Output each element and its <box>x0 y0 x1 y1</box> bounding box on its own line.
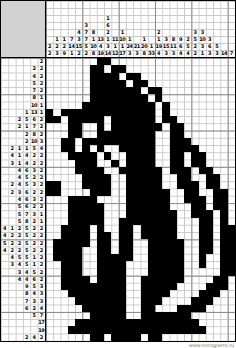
grid-cell[interactable] <box>75 102 82 109</box>
grid-cell[interactable] <box>111 73 118 80</box>
grid-cell[interactable] <box>228 218 235 225</box>
grid-cell[interactable] <box>162 239 169 246</box>
grid-cell[interactable] <box>220 305 227 312</box>
grid-cell[interactable] <box>46 225 53 232</box>
grid-cell[interactable] <box>170 94 177 101</box>
grid-cell[interactable] <box>170 160 177 167</box>
grid-cell[interactable] <box>206 123 213 130</box>
grid-cell[interactable] <box>199 334 206 341</box>
grid-cell[interactable] <box>162 268 169 275</box>
grid-cell[interactable] <box>155 58 162 65</box>
grid-cell[interactable] <box>119 312 126 319</box>
grid-cell[interactable] <box>220 73 227 80</box>
grid-cell[interactable] <box>228 247 235 254</box>
grid-cell[interactable] <box>133 131 140 138</box>
grid-cell[interactable] <box>191 189 198 196</box>
grid-cell[interactable] <box>141 123 148 130</box>
grid-cell[interactable] <box>46 131 53 138</box>
grid-cell[interactable] <box>53 167 60 174</box>
grid-cell[interactable] <box>75 116 82 123</box>
grid-cell[interactable] <box>90 116 97 123</box>
grid-cell[interactable] <box>53 189 60 196</box>
grid-cell[interactable] <box>111 319 118 326</box>
grid-cell[interactable] <box>104 312 111 319</box>
grid-cell[interactable] <box>90 80 97 87</box>
grid-cell[interactable] <box>82 145 89 152</box>
grid-cell[interactable] <box>82 196 89 203</box>
grid-cell[interactable] <box>119 80 126 87</box>
grid-cell[interactable] <box>68 167 75 174</box>
grid-cell[interactable] <box>68 247 75 254</box>
grid-cell[interactable] <box>75 297 82 304</box>
grid-cell[interactable] <box>206 167 213 174</box>
grid-cell[interactable] <box>90 334 97 341</box>
grid-cell[interactable] <box>191 254 198 261</box>
grid-cell[interactable] <box>148 268 155 275</box>
grid-cell[interactable] <box>177 312 184 319</box>
grid-cell[interactable] <box>104 305 111 312</box>
grid-cell[interactable] <box>111 239 118 246</box>
grid-cell[interactable] <box>119 290 126 297</box>
grid-cell[interactable] <box>90 225 97 232</box>
grid-cell[interactable] <box>206 196 213 203</box>
grid-cell[interactable] <box>199 261 206 268</box>
grid-cell[interactable] <box>119 102 126 109</box>
grid-cell[interactable] <box>61 131 68 138</box>
grid-cell[interactable] <box>82 312 89 319</box>
grid-cell[interactable] <box>133 73 140 80</box>
grid-cell[interactable] <box>228 276 235 283</box>
grid-cell[interactable] <box>46 319 53 326</box>
grid-cell[interactable] <box>148 276 155 283</box>
grid-cell[interactable] <box>155 319 162 326</box>
grid-cell[interactable] <box>61 109 68 116</box>
grid-cell[interactable] <box>111 334 118 341</box>
grid-cell[interactable] <box>228 290 235 297</box>
grid-cell[interactable] <box>162 261 169 268</box>
grid-cell[interactable] <box>177 94 184 101</box>
grid-cell[interactable] <box>220 196 227 203</box>
grid-cell[interactable] <box>82 218 89 225</box>
grid-cell[interactable] <box>177 73 184 80</box>
grid-cell[interactable] <box>170 167 177 174</box>
grid-cell[interactable] <box>177 174 184 181</box>
grid-cell[interactable] <box>162 210 169 217</box>
grid-cell[interactable] <box>75 334 82 341</box>
grid-cell[interactable] <box>141 203 148 210</box>
grid-cell[interactable] <box>111 65 118 72</box>
grid-cell[interactable] <box>184 225 191 232</box>
grid-cell[interactable] <box>104 268 111 275</box>
grid-cell[interactable] <box>155 109 162 116</box>
grid-cell[interactable] <box>162 196 169 203</box>
grid-cell[interactable] <box>191 305 198 312</box>
grid-cell[interactable] <box>111 218 118 225</box>
grid-cell[interactable] <box>141 247 148 254</box>
grid-cell[interactable] <box>170 297 177 304</box>
grid-cell[interactable] <box>177 319 184 326</box>
grid-cell[interactable] <box>199 218 206 225</box>
grid-cell[interactable] <box>53 58 60 65</box>
grid-cell[interactable] <box>68 73 75 80</box>
grid-cell[interactable] <box>126 326 133 333</box>
grid-cell[interactable] <box>46 109 53 116</box>
grid-cell[interactable] <box>213 297 220 304</box>
grid-cell[interactable] <box>104 181 111 188</box>
grid-cell[interactable] <box>82 160 89 167</box>
grid-cell[interactable] <box>111 305 118 312</box>
grid-cell[interactable] <box>199 203 206 210</box>
grid-cell[interactable] <box>104 87 111 94</box>
grid-cell[interactable] <box>75 268 82 275</box>
grid-cell[interactable] <box>220 181 227 188</box>
grid-cell[interactable] <box>75 160 82 167</box>
grid-cell[interactable] <box>126 138 133 145</box>
grid-cell[interactable] <box>68 297 75 304</box>
grid-cell[interactable] <box>75 138 82 145</box>
grid-cell[interactable] <box>213 174 220 181</box>
grid-cell[interactable] <box>184 174 191 181</box>
grid-cell[interactable] <box>206 290 213 297</box>
grid-cell[interactable] <box>90 268 97 275</box>
grid-cell[interactable] <box>184 80 191 87</box>
grid-cell[interactable] <box>184 218 191 225</box>
grid-cell[interactable] <box>162 160 169 167</box>
grid-cell[interactable] <box>126 123 133 130</box>
grid-cell[interactable] <box>119 203 126 210</box>
grid-cell[interactable] <box>199 160 206 167</box>
grid-cell[interactable] <box>162 297 169 304</box>
grid-cell[interactable] <box>61 73 68 80</box>
grid-cell[interactable] <box>148 261 155 268</box>
grid-cell[interactable] <box>126 276 133 283</box>
grid-cell[interactable] <box>126 73 133 80</box>
grid-cell[interactable] <box>119 160 126 167</box>
grid-cell[interactable] <box>82 276 89 283</box>
grid-cell[interactable] <box>90 239 97 246</box>
grid-cell[interactable] <box>191 218 198 225</box>
grid-cell[interactable] <box>53 334 60 341</box>
grid-cell[interactable] <box>68 218 75 225</box>
grid-cell[interactable] <box>206 58 213 65</box>
grid-cell[interactable] <box>213 247 220 254</box>
grid-cell[interactable] <box>104 254 111 261</box>
grid-cell[interactable] <box>82 203 89 210</box>
grid-cell[interactable] <box>90 232 97 239</box>
grid-cell[interactable] <box>199 319 206 326</box>
grid-cell[interactable] <box>199 312 206 319</box>
grid-cell[interactable] <box>46 283 53 290</box>
grid-cell[interactable] <box>155 102 162 109</box>
grid-cell[interactable] <box>155 174 162 181</box>
grid-cell[interactable] <box>68 290 75 297</box>
grid-cell[interactable] <box>119 73 126 80</box>
grid-cell[interactable] <box>141 80 148 87</box>
grid-cell[interactable] <box>46 73 53 80</box>
grid-cell[interactable] <box>97 80 104 87</box>
grid-cell[interactable] <box>220 109 227 116</box>
grid-cell[interactable] <box>148 167 155 174</box>
grid-cell[interactable] <box>97 326 104 333</box>
grid-cell[interactable] <box>104 65 111 72</box>
grid-cell[interactable] <box>155 326 162 333</box>
grid-cell[interactable] <box>126 152 133 159</box>
grid-cell[interactable] <box>213 283 220 290</box>
grid-cell[interactable] <box>177 189 184 196</box>
grid-cell[interactable] <box>220 145 227 152</box>
grid-cell[interactable] <box>191 145 198 152</box>
grid-cell[interactable] <box>184 261 191 268</box>
grid-cell[interactable] <box>111 94 118 101</box>
grid-cell[interactable] <box>111 326 118 333</box>
grid-cell[interactable] <box>97 94 104 101</box>
grid-cell[interactable] <box>97 116 104 123</box>
grid-cell[interactable] <box>82 167 89 174</box>
grid-cell[interactable] <box>155 312 162 319</box>
grid-cell[interactable] <box>133 152 140 159</box>
grid-cell[interactable] <box>148 174 155 181</box>
grid-cell[interactable] <box>148 138 155 145</box>
grid-cell[interactable] <box>61 189 68 196</box>
grid-cell[interactable] <box>148 232 155 239</box>
grid-cell[interactable] <box>148 305 155 312</box>
grid-cell[interactable] <box>75 109 82 116</box>
grid-cell[interactable] <box>199 87 206 94</box>
grid-cell[interactable] <box>111 160 118 167</box>
grid-cell[interactable] <box>170 334 177 341</box>
grid-cell[interactable] <box>126 247 133 254</box>
grid-cell[interactable] <box>213 152 220 159</box>
grid-cell[interactable] <box>141 131 148 138</box>
grid-cell[interactable] <box>220 261 227 268</box>
grid-cell[interactable] <box>119 276 126 283</box>
grid-cell[interactable] <box>213 138 220 145</box>
grid-cell[interactable] <box>68 210 75 217</box>
grid-cell[interactable] <box>228 58 235 65</box>
grid-cell[interactable] <box>191 334 198 341</box>
grid-cell[interactable] <box>220 102 227 109</box>
grid-cell[interactable] <box>104 189 111 196</box>
grid-cell[interactable] <box>90 312 97 319</box>
grid-cell[interactable] <box>61 123 68 130</box>
grid-cell[interactable] <box>133 283 140 290</box>
grid-cell[interactable] <box>53 254 60 261</box>
grid-cell[interactable] <box>141 276 148 283</box>
grid-cell[interactable] <box>97 203 104 210</box>
grid-cell[interactable] <box>148 254 155 261</box>
grid-cell[interactable] <box>206 210 213 217</box>
grid-cell[interactable] <box>46 181 53 188</box>
grid-cell[interactable] <box>90 131 97 138</box>
grid-cell[interactable] <box>104 239 111 246</box>
grid-cell[interactable] <box>199 123 206 130</box>
grid-cell[interactable] <box>213 102 220 109</box>
grid-cell[interactable] <box>170 254 177 261</box>
grid-cell[interactable] <box>213 116 220 123</box>
grid-cell[interactable] <box>126 305 133 312</box>
grid-cell[interactable] <box>53 80 60 87</box>
grid-cell[interactable] <box>213 196 220 203</box>
grid-cell[interactable] <box>220 297 227 304</box>
grid-cell[interactable] <box>68 160 75 167</box>
grid-cell[interactable] <box>206 181 213 188</box>
grid-cell[interactable] <box>141 138 148 145</box>
grid-cell[interactable] <box>170 80 177 87</box>
grid-cell[interactable] <box>119 109 126 116</box>
grid-cell[interactable] <box>148 247 155 254</box>
grid-cell[interactable] <box>191 196 198 203</box>
grid-cell[interactable] <box>104 297 111 304</box>
grid-cell[interactable] <box>213 239 220 246</box>
grid-cell[interactable] <box>213 181 220 188</box>
grid-cell[interactable] <box>104 116 111 123</box>
grid-cell[interactable] <box>53 123 60 130</box>
grid-cell[interactable] <box>90 254 97 261</box>
grid-cell[interactable] <box>206 276 213 283</box>
grid-cell[interactable] <box>141 305 148 312</box>
grid-cell[interactable] <box>68 123 75 130</box>
grid-cell[interactable] <box>133 225 140 232</box>
grid-cell[interactable] <box>97 297 104 304</box>
grid-cell[interactable] <box>148 210 155 217</box>
grid-cell[interactable] <box>141 152 148 159</box>
grid-cell[interactable] <box>199 94 206 101</box>
grid-cell[interactable] <box>82 58 89 65</box>
grid-cell[interactable] <box>170 58 177 65</box>
grid-cell[interactable] <box>155 297 162 304</box>
grid-cell[interactable] <box>206 334 213 341</box>
grid-cell[interactable] <box>133 80 140 87</box>
grid-cell[interactable] <box>53 290 60 297</box>
grid-cell[interactable] <box>206 326 213 333</box>
grid-cell[interactable] <box>133 203 140 210</box>
grid-cell[interactable] <box>97 196 104 203</box>
grid-cell[interactable] <box>177 232 184 239</box>
grid-cell[interactable] <box>177 65 184 72</box>
grid-cell[interactable] <box>184 65 191 72</box>
grid-cell[interactable] <box>133 58 140 65</box>
grid-cell[interactable] <box>191 247 198 254</box>
grid-cell[interactable] <box>220 334 227 341</box>
grid-cell[interactable] <box>61 58 68 65</box>
grid-cell[interactable] <box>75 254 82 261</box>
grid-cell[interactable] <box>228 196 235 203</box>
grid-cell[interactable] <box>53 145 60 152</box>
grid-cell[interactable] <box>191 116 198 123</box>
grid-cell[interactable] <box>199 326 206 333</box>
grid-cell[interactable] <box>97 247 104 254</box>
grid-cell[interactable] <box>119 131 126 138</box>
grid-cell[interactable] <box>155 73 162 80</box>
grid-cell[interactable] <box>191 94 198 101</box>
grid-cell[interactable] <box>148 145 155 152</box>
grid-cell[interactable] <box>46 239 53 246</box>
grid-cell[interactable] <box>61 326 68 333</box>
grid-cell[interactable] <box>184 73 191 80</box>
grid-cell[interactable] <box>104 102 111 109</box>
grid-cell[interactable] <box>228 73 235 80</box>
grid-cell[interactable] <box>46 102 53 109</box>
grid-cell[interactable] <box>126 210 133 217</box>
grid-cell[interactable] <box>104 109 111 116</box>
grid-cell[interactable] <box>148 102 155 109</box>
grid-cell[interactable] <box>228 203 235 210</box>
grid-cell[interactable] <box>104 326 111 333</box>
grid-cell[interactable] <box>119 87 126 94</box>
grid-cell[interactable] <box>126 283 133 290</box>
grid-cell[interactable] <box>220 58 227 65</box>
grid-cell[interactable] <box>206 261 213 268</box>
grid-cell[interactable] <box>206 312 213 319</box>
grid-cell[interactable] <box>184 326 191 333</box>
grid-cell[interactable] <box>82 319 89 326</box>
grid-cell[interactable] <box>90 297 97 304</box>
grid-cell[interactable] <box>97 232 104 239</box>
grid-cell[interactable] <box>148 94 155 101</box>
grid-cell[interactable] <box>162 152 169 159</box>
grid-cell[interactable] <box>184 319 191 326</box>
grid-cell[interactable] <box>228 181 235 188</box>
grid-cell[interactable] <box>191 102 198 109</box>
grid-cell[interactable] <box>206 319 213 326</box>
grid-cell[interactable] <box>119 326 126 333</box>
grid-cell[interactable] <box>148 334 155 341</box>
grid-cell[interactable] <box>162 276 169 283</box>
grid-cell[interactable] <box>141 254 148 261</box>
grid-cell[interactable] <box>141 181 148 188</box>
grid-cell[interactable] <box>213 312 220 319</box>
grid-cell[interactable] <box>228 87 235 94</box>
grid-cell[interactable] <box>184 312 191 319</box>
grid-cell[interactable] <box>61 203 68 210</box>
grid-cell[interactable] <box>199 138 206 145</box>
grid-cell[interactable] <box>53 297 60 304</box>
grid-cell[interactable] <box>148 160 155 167</box>
grid-cell[interactable] <box>75 189 82 196</box>
grid-cell[interactable] <box>90 160 97 167</box>
grid-cell[interactable] <box>148 218 155 225</box>
grid-cell[interactable] <box>141 94 148 101</box>
grid-cell[interactable] <box>90 174 97 181</box>
grid-cell[interactable] <box>82 326 89 333</box>
grid-cell[interactable] <box>177 203 184 210</box>
grid-cell[interactable] <box>199 102 206 109</box>
grid-cell[interactable] <box>82 189 89 196</box>
grid-cell[interactable] <box>126 225 133 232</box>
grid-cell[interactable] <box>90 290 97 297</box>
grid-cell[interactable] <box>126 239 133 246</box>
grid-cell[interactable] <box>126 290 133 297</box>
grid-cell[interactable] <box>75 261 82 268</box>
grid-cell[interactable] <box>220 290 227 297</box>
grid-cell[interactable] <box>206 297 213 304</box>
grid-cell[interactable] <box>90 94 97 101</box>
grid-cell[interactable] <box>206 138 213 145</box>
grid-cell[interactable] <box>184 334 191 341</box>
grid-cell[interactable] <box>141 232 148 239</box>
grid-cell[interactable] <box>148 131 155 138</box>
grid-cell[interactable] <box>228 94 235 101</box>
grid-cell[interactable] <box>68 283 75 290</box>
grid-cell[interactable] <box>75 210 82 217</box>
grid-cell[interactable] <box>191 181 198 188</box>
grid-cell[interactable] <box>184 152 191 159</box>
grid-cell[interactable] <box>162 181 169 188</box>
grid-cell[interactable] <box>162 123 169 130</box>
grid-cell[interactable] <box>97 87 104 94</box>
grid-cell[interactable] <box>133 232 140 239</box>
grid-cell[interactable] <box>177 102 184 109</box>
